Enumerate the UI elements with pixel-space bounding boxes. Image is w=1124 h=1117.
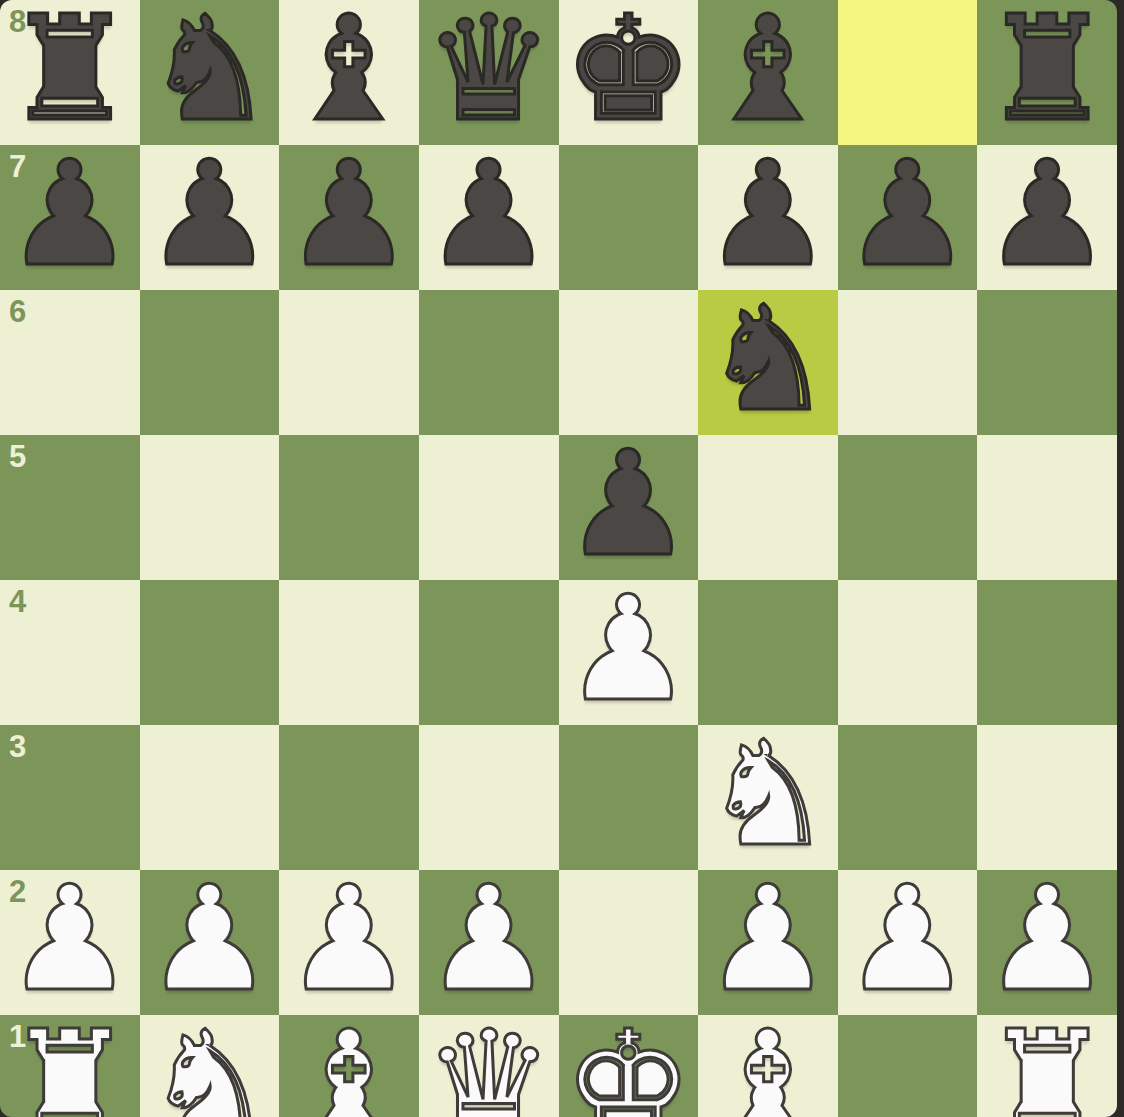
square-a7[interactable]: ♟7 xyxy=(0,145,140,290)
square-b2[interactable]: ♟ xyxy=(140,870,280,1015)
square-g8[interactable] xyxy=(838,0,978,145)
piece-white-bishop[interactable]: ♝ xyxy=(284,1011,414,1117)
square-d3[interactable] xyxy=(419,725,559,870)
rank-label-8: 8 xyxy=(9,6,26,37)
square-f3[interactable]: ♞ xyxy=(698,725,838,870)
square-d6[interactable] xyxy=(419,290,559,435)
piece-black-pawn[interactable]: ♟ xyxy=(703,141,833,286)
square-h3[interactable] xyxy=(977,725,1117,870)
square-g3[interactable] xyxy=(838,725,978,870)
piece-black-queen[interactable]: ♛ xyxy=(424,0,554,141)
piece-black-bishop[interactable]: ♝ xyxy=(703,0,833,141)
square-g4[interactable] xyxy=(838,580,978,725)
square-h5[interactable] xyxy=(977,435,1117,580)
square-b1[interactable]: ♞b xyxy=(140,1015,280,1117)
rank-label-1: 1 xyxy=(9,1021,26,1052)
square-g6[interactable] xyxy=(838,290,978,435)
square-d2[interactable]: ♟ xyxy=(419,870,559,1015)
square-d4[interactable] xyxy=(419,580,559,725)
piece-black-knight[interactable]: ♞ xyxy=(144,0,274,141)
piece-white-pawn[interactable]: ♟ xyxy=(703,866,833,1011)
piece-white-pawn[interactable]: ♟ xyxy=(144,866,274,1011)
square-f4[interactable] xyxy=(698,580,838,725)
piece-white-king[interactable]: ♚ xyxy=(563,1011,693,1117)
square-c8[interactable]: ♝ xyxy=(279,0,419,145)
square-a2[interactable]: ♟2 xyxy=(0,870,140,1015)
square-h4[interactable] xyxy=(977,580,1117,725)
square-f7[interactable]: ♟ xyxy=(698,145,838,290)
square-g1[interactable]: g xyxy=(838,1015,978,1117)
piece-white-pawn[interactable]: ♟ xyxy=(284,866,414,1011)
square-a1[interactable]: ♜1a xyxy=(0,1015,140,1117)
square-a4[interactable]: 4 xyxy=(0,580,140,725)
square-e2[interactable] xyxy=(559,870,699,1015)
square-b8[interactable]: ♞ xyxy=(140,0,280,145)
piece-black-pawn[interactable]: ♟ xyxy=(843,141,973,286)
square-f2[interactable]: ♟ xyxy=(698,870,838,1015)
piece-white-pawn[interactable]: ♟ xyxy=(424,866,554,1011)
square-e8[interactable]: ♚ xyxy=(559,0,699,145)
square-c5[interactable] xyxy=(279,435,419,580)
piece-white-bishop[interactable]: ♝ xyxy=(703,1011,833,1117)
piece-white-rook[interactable]: ♜ xyxy=(982,1011,1112,1117)
piece-white-knight[interactable]: ♞ xyxy=(144,1011,274,1117)
square-g7[interactable]: ♟ xyxy=(838,145,978,290)
square-a6[interactable]: 6 xyxy=(0,290,140,435)
square-c6[interactable] xyxy=(279,290,419,435)
square-h6[interactable] xyxy=(977,290,1117,435)
square-d1[interactable]: ♛d xyxy=(419,1015,559,1117)
square-h8[interactable]: ♜ xyxy=(977,0,1117,145)
square-f1[interactable]: ♝f xyxy=(698,1015,838,1117)
square-b6[interactable] xyxy=(140,290,280,435)
square-e6[interactable] xyxy=(559,290,699,435)
square-g5[interactable] xyxy=(838,435,978,580)
square-e1[interactable]: ♚e xyxy=(559,1015,699,1117)
piece-black-pawn[interactable]: ♟ xyxy=(284,141,414,286)
square-f6[interactable]: ♞ xyxy=(698,290,838,435)
square-e7[interactable] xyxy=(559,145,699,290)
rank-label-7: 7 xyxy=(9,151,26,182)
piece-white-pawn[interactable]: ♟ xyxy=(982,866,1112,1011)
square-f8[interactable]: ♝ xyxy=(698,0,838,145)
piece-black-knight[interactable]: ♞ xyxy=(703,286,833,431)
rank-label-5: 5 xyxy=(9,441,26,472)
square-d7[interactable]: ♟ xyxy=(419,145,559,290)
square-h1[interactable]: ♜h xyxy=(977,1015,1117,1117)
piece-black-pawn[interactable]: ♟ xyxy=(144,141,274,286)
chess-board: ♜8♞♝♛♚♝♜♟7♟♟♟♟♟♟6♞5♟4♟3♞♟2♟♟♟♟♟♟♜1a♞b♝c♛… xyxy=(0,0,1117,1117)
page-background: ♜8♞♝♛♚♝♜♟7♟♟♟♟♟♟6♞5♟4♟3♞♟2♟♟♟♟♟♟♜1a♞b♝c♛… xyxy=(0,0,1124,1117)
square-e3[interactable] xyxy=(559,725,699,870)
rank-label-2: 2 xyxy=(9,876,26,907)
piece-black-rook[interactable]: ♜ xyxy=(982,0,1112,141)
square-a3[interactable]: 3 xyxy=(0,725,140,870)
square-a8[interactable]: ♜8 xyxy=(0,0,140,145)
piece-black-king[interactable]: ♚ xyxy=(563,0,693,141)
square-c4[interactable] xyxy=(279,580,419,725)
rank-label-3: 3 xyxy=(9,731,26,762)
piece-black-pawn[interactable]: ♟ xyxy=(424,141,554,286)
piece-black-bishop[interactable]: ♝ xyxy=(284,0,414,141)
square-b3[interactable] xyxy=(140,725,280,870)
square-c3[interactable] xyxy=(279,725,419,870)
piece-black-pawn[interactable]: ♟ xyxy=(563,431,693,576)
square-d8[interactable]: ♛ xyxy=(419,0,559,145)
square-e4[interactable]: ♟ xyxy=(559,580,699,725)
piece-white-knight[interactable]: ♞ xyxy=(703,721,833,866)
square-g2[interactable]: ♟ xyxy=(838,870,978,1015)
square-c1[interactable]: ♝c xyxy=(279,1015,419,1117)
rank-label-4: 4 xyxy=(9,586,26,617)
square-d5[interactable] xyxy=(419,435,559,580)
piece-white-pawn[interactable]: ♟ xyxy=(563,576,693,721)
square-e5[interactable]: ♟ xyxy=(559,435,699,580)
square-c2[interactable]: ♟ xyxy=(279,870,419,1015)
square-f5[interactable] xyxy=(698,435,838,580)
square-a5[interactable]: 5 xyxy=(0,435,140,580)
square-b4[interactable] xyxy=(140,580,280,725)
square-h7[interactable]: ♟ xyxy=(977,145,1117,290)
square-b5[interactable] xyxy=(140,435,280,580)
square-c7[interactable]: ♟ xyxy=(279,145,419,290)
piece-white-queen[interactable]: ♛ xyxy=(424,1011,554,1117)
piece-white-pawn[interactable]: ♟ xyxy=(843,866,973,1011)
piece-black-pawn[interactable]: ♟ xyxy=(982,141,1112,286)
square-b7[interactable]: ♟ xyxy=(140,145,280,290)
square-h2[interactable]: ♟ xyxy=(977,870,1117,1015)
rank-label-6: 6 xyxy=(9,296,26,327)
